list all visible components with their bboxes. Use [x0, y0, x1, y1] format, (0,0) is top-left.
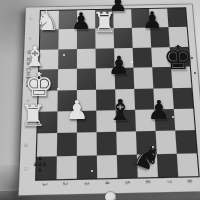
piece-white-knight-b1[interactable]: ♞: [34, 7, 61, 34]
dust-speck: [63, 54, 65, 56]
dust-speck: [191, 57, 193, 59]
piece-black-pawn-b7[interactable]: ♟: [141, 9, 164, 32]
chessboard-photo: © US CHESS ♟♟♟♟♟ 12345678abcdefgh ♞♝♚♜♟♜…: [0, 0, 200, 200]
piece-black-bishop-f4[interactable]: ♝: [106, 96, 135, 125]
piece-white-pawn-f2[interactable]: ♟: [64, 97, 90, 123]
dust-speck: [91, 170, 93, 172]
dust-speck: [57, 88, 59, 90]
dust-speck: [152, 146, 154, 148]
piece-black-pawn-b3[interactable]: ♟: [70, 10, 93, 33]
piece-black-pawn-f6[interactable]: ♟: [146, 97, 172, 123]
dust-speck: [172, 116, 174, 118]
piece-black-pawn-d5[interactable]: ♟: [107, 53, 132, 78]
pieces-layer: ♞♝♚♜♟♜♟♟♟♟♚♝♟♞: [0, 0, 200, 200]
piece-black-king-d8[interactable]: ♚: [162, 41, 195, 74]
piece-black-knight-g5[interactable]: ♞: [126, 136, 167, 177]
piece-black-pawn-a5[interactable]: ♟: [108, 0, 129, 15]
piece-white-king-e1[interactable]: ♚: [23, 68, 56, 101]
white-piece-at-bottom-edge[interactable]: [105, 192, 116, 200]
dust-speck: [194, 72, 196, 74]
piece-white-rook-f1[interactable]: ♜: [18, 101, 48, 131]
dust-speck: [131, 61, 133, 63]
